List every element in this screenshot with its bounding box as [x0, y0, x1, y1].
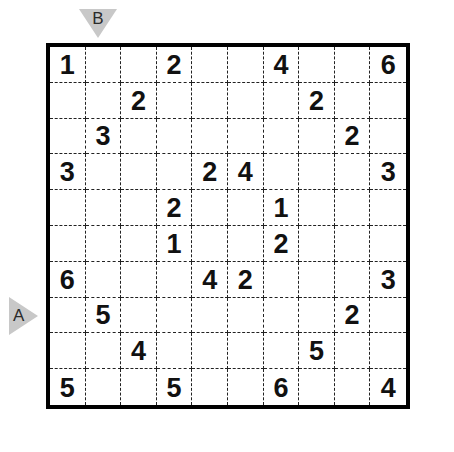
cell-r5c6[interactable] [228, 190, 264, 226]
cell-r9c5[interactable] [192, 333, 228, 369]
given-digit: 6 [60, 267, 75, 294]
cell-r3c10[interactable] [370, 119, 406, 155]
cell-r6c10[interactable] [370, 226, 406, 262]
cell-r9c6[interactable] [228, 333, 264, 369]
cell-r2c1[interactable] [50, 83, 86, 119]
cell-r6c6[interactable] [228, 226, 264, 262]
given-digit: 5 [95, 302, 110, 329]
given-digit: 1 [60, 52, 75, 79]
cell-r7c4[interactable] [157, 262, 193, 298]
cell-r7c5[interactable]: 4 [192, 262, 228, 298]
given-digit: 4 [273, 52, 288, 79]
cell-r3c1[interactable] [50, 119, 86, 155]
cell-r3c4[interactable] [157, 119, 193, 155]
puzzle-canvas: B A 1246223232432112642352455564 [0, 0, 454, 452]
cell-r10c8[interactable] [299, 369, 335, 405]
cell-r9c7[interactable] [264, 333, 300, 369]
cell-r10c5[interactable] [192, 369, 228, 405]
cell-r4c7[interactable] [264, 154, 300, 190]
cell-r4c6[interactable]: 4 [228, 154, 264, 190]
cell-r1c8[interactable] [299, 47, 335, 83]
cell-r1c2[interactable] [86, 47, 122, 83]
cell-r8c7[interactable] [264, 298, 300, 334]
given-digit: 1 [273, 195, 288, 222]
cell-r2c9[interactable] [335, 83, 371, 119]
cell-r2c4[interactable] [157, 83, 193, 119]
cell-r5c10[interactable] [370, 190, 406, 226]
cell-r5c1[interactable] [50, 190, 86, 226]
cell-r7c7[interactable] [264, 262, 300, 298]
cell-r4c5[interactable]: 2 [192, 154, 228, 190]
given-digit: 2 [345, 302, 360, 329]
given-digit: 2 [167, 52, 182, 79]
cell-r1c10[interactable]: 6 [370, 47, 406, 83]
cell-r8c2[interactable]: 5 [86, 298, 122, 334]
cell-r7c1[interactable]: 6 [50, 262, 86, 298]
cell-r1c3[interactable] [121, 47, 157, 83]
cell-r5c8[interactable] [299, 190, 335, 226]
cell-r7c10[interactable]: 3 [370, 262, 406, 298]
cell-r1c6[interactable] [228, 47, 264, 83]
cell-r1c4[interactable]: 2 [157, 47, 193, 83]
row-marker-a: A [9, 297, 38, 335]
cell-r2c6[interactable] [228, 83, 264, 119]
cell-r10c6[interactable] [228, 369, 264, 405]
cell-r9c1[interactable] [50, 333, 86, 369]
cell-r8c8[interactable] [299, 298, 335, 334]
given-digit: 3 [381, 267, 396, 294]
given-digit: 2 [309, 88, 324, 115]
given-digit: 6 [273, 375, 288, 402]
given-digit: 3 [60, 159, 75, 186]
cell-r6c2[interactable] [86, 226, 122, 262]
cell-r8c6[interactable] [228, 298, 264, 334]
given-digit: 6 [381, 52, 396, 79]
cell-r5c2[interactable] [86, 190, 122, 226]
cell-r2c7[interactable] [264, 83, 300, 119]
cell-r7c8[interactable] [299, 262, 335, 298]
column-marker-b: B [79, 9, 117, 38]
cell-r3c9[interactable]: 2 [335, 119, 371, 155]
marker-b-label: B [92, 10, 103, 29]
cell-r6c3[interactable] [121, 226, 157, 262]
cell-r4c1[interactable]: 3 [50, 154, 86, 190]
cell-r10c4[interactable]: 5 [157, 369, 193, 405]
cell-r8c10[interactable] [370, 298, 406, 334]
fillomino-board: 1246223232432112642352455564 [46, 43, 410, 409]
cell-r8c1[interactable] [50, 298, 86, 334]
cell-r6c8[interactable] [299, 226, 335, 262]
cell-r7c6[interactable]: 2 [228, 262, 264, 298]
cell-r8c3[interactable] [121, 298, 157, 334]
given-digit: 2 [202, 159, 217, 186]
cell-r4c10[interactable]: 3 [370, 154, 406, 190]
cell-r4c8[interactable] [299, 154, 335, 190]
cell-r6c1[interactable] [50, 226, 86, 262]
cell-r7c9[interactable] [335, 262, 371, 298]
cell-r9c3[interactable]: 4 [121, 333, 157, 369]
given-digit: 2 [167, 195, 182, 222]
cell-r8c5[interactable] [192, 298, 228, 334]
given-digit: 2 [238, 267, 253, 294]
given-digit: 4 [381, 375, 396, 402]
given-digit: 3 [381, 159, 396, 186]
cell-r1c5[interactable] [192, 47, 228, 83]
cell-r9c2[interactable] [86, 333, 122, 369]
cell-r1c1[interactable]: 1 [50, 47, 86, 83]
cell-r10c1[interactable]: 5 [50, 369, 86, 405]
cell-r9c9[interactable] [335, 333, 371, 369]
cell-r10c3[interactable] [121, 369, 157, 405]
cell-r3c5[interactable] [192, 119, 228, 155]
given-digit: 4 [202, 267, 217, 294]
cell-r3c7[interactable] [264, 119, 300, 155]
cell-r7c3[interactable] [121, 262, 157, 298]
cell-r8c4[interactable] [157, 298, 193, 334]
cell-r2c8[interactable]: 2 [299, 83, 335, 119]
cell-r4c2[interactable] [86, 154, 122, 190]
cell-r5c5[interactable] [192, 190, 228, 226]
cell-r3c3[interactable] [121, 119, 157, 155]
cell-r6c5[interactable] [192, 226, 228, 262]
cell-r5c7[interactable]: 1 [264, 190, 300, 226]
cell-r8c9[interactable]: 2 [335, 298, 371, 334]
cell-r10c2[interactable] [86, 369, 122, 405]
cell-r6c9[interactable] [335, 226, 371, 262]
given-digit: 3 [95, 123, 110, 150]
cell-r10c9[interactable] [335, 369, 371, 405]
cell-r3c2[interactable]: 3 [86, 119, 122, 155]
cell-r2c2[interactable] [86, 83, 122, 119]
cell-r4c9[interactable] [335, 154, 371, 190]
cell-r9c4[interactable] [157, 333, 193, 369]
cell-r9c10[interactable] [370, 333, 406, 369]
cell-r4c3[interactable] [121, 154, 157, 190]
given-digit: 5 [309, 338, 324, 365]
cell-r10c7[interactable]: 6 [264, 369, 300, 405]
given-digit: 2 [273, 231, 288, 258]
marker-a-label: A [13, 307, 24, 326]
given-digit: 2 [131, 88, 146, 115]
cell-r3c8[interactable] [299, 119, 335, 155]
cell-r2c5[interactable] [192, 83, 228, 119]
cell-r5c9[interactable] [335, 190, 371, 226]
cell-r5c3[interactable] [121, 190, 157, 226]
cell-r2c10[interactable] [370, 83, 406, 119]
given-digit: 4 [131, 338, 146, 365]
given-digit: 2 [345, 123, 360, 150]
cell-r1c9[interactable] [335, 47, 371, 83]
given-digit: 4 [238, 159, 253, 186]
cell-r3c6[interactable] [228, 119, 264, 155]
given-digit: 5 [167, 375, 182, 402]
cell-r9c8[interactable]: 5 [299, 333, 335, 369]
cell-r6c7[interactable]: 2 [264, 226, 300, 262]
cell-r10c10[interactable]: 4 [370, 369, 406, 405]
cell-r2c3[interactable]: 2 [121, 83, 157, 119]
cell-r4c4[interactable] [157, 154, 193, 190]
cell-r1c7[interactable]: 4 [264, 47, 300, 83]
cell-r7c2[interactable] [86, 262, 122, 298]
cell-r5c4[interactable]: 2 [157, 190, 193, 226]
given-digit: 1 [167, 231, 182, 258]
given-digit: 5 [60, 375, 75, 402]
cell-r6c4[interactable]: 1 [157, 226, 193, 262]
